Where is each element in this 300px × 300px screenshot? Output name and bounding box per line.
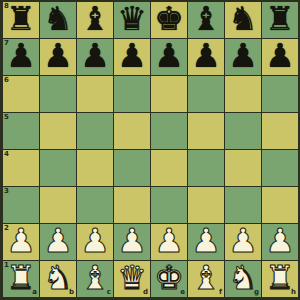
piece-white-pawn-d2[interactable]: ♟ — [117, 224, 147, 259]
rank-label-5: 5 — [4, 114, 9, 121]
square-e7[interactable]: ♟ — [151, 39, 187, 75]
square-c3[interactable] — [77, 187, 113, 223]
square-b5[interactable] — [40, 113, 76, 149]
piece-white-bishop-c1[interactable]: ♝ — [80, 261, 110, 296]
piece-black-pawn-a7[interactable]: ♟ — [6, 39, 36, 74]
square-a5[interactable]: 5 — [3, 113, 39, 149]
square-f8[interactable]: ♝ — [188, 2, 224, 38]
piece-white-king-e1[interactable]: ♚ — [154, 261, 184, 296]
piece-black-bishop-f8[interactable]: ♝ — [191, 2, 221, 37]
square-a1[interactable]: 1a♜ — [3, 261, 39, 297]
piece-black-pawn-d7[interactable]: ♟ — [117, 39, 147, 74]
square-f5[interactable] — [188, 113, 224, 149]
square-g6[interactable] — [225, 76, 261, 112]
square-a4[interactable]: 4 — [3, 150, 39, 186]
square-c5[interactable] — [77, 113, 113, 149]
square-f7[interactable]: ♟ — [188, 39, 224, 75]
piece-black-pawn-c7[interactable]: ♟ — [80, 39, 110, 74]
piece-black-pawn-f7[interactable]: ♟ — [191, 39, 221, 74]
square-h7[interactable]: ♟ — [262, 39, 298, 75]
square-b2[interactable]: ♟ — [40, 224, 76, 260]
square-d1[interactable]: d♛ — [114, 261, 150, 297]
rank-label-3: 3 — [4, 188, 9, 195]
piece-black-rook-a8[interactable]: ♜ — [6, 2, 36, 37]
square-f2[interactable]: ♟ — [188, 224, 224, 260]
piece-black-queen-d8[interactable]: ♛ — [117, 2, 147, 37]
square-h4[interactable] — [262, 150, 298, 186]
piece-white-pawn-h2[interactable]: ♟ — [265, 224, 295, 259]
piece-white-pawn-f2[interactable]: ♟ — [191, 224, 221, 259]
square-b3[interactable] — [40, 187, 76, 223]
square-a3[interactable]: 3 — [3, 187, 39, 223]
square-b1[interactable]: b♞ — [40, 261, 76, 297]
square-b7[interactable]: ♟ — [40, 39, 76, 75]
square-c4[interactable] — [77, 150, 113, 186]
square-f6[interactable] — [188, 76, 224, 112]
square-c8[interactable]: ♝ — [77, 2, 113, 38]
square-d5[interactable] — [114, 113, 150, 149]
square-a2[interactable]: 2♟ — [3, 224, 39, 260]
square-c2[interactable]: ♟ — [77, 224, 113, 260]
square-g7[interactable]: ♟ — [225, 39, 261, 75]
piece-black-bishop-c8[interactable]: ♝ — [80, 2, 110, 37]
piece-black-rook-h8[interactable]: ♜ — [265, 2, 295, 37]
square-b4[interactable] — [40, 150, 76, 186]
square-g4[interactable] — [225, 150, 261, 186]
square-a6[interactable]: 6 — [3, 76, 39, 112]
chess-app: 8♜♞♝♛♚♝♞♜7♟♟♟♟♟♟♟♟65432♟♟♟♟♟♟♟♟1a♜b♞c♝d♛… — [0, 0, 300, 300]
square-f1[interactable]: f♝ — [188, 261, 224, 297]
square-d4[interactable] — [114, 150, 150, 186]
square-h1[interactable]: h♜ — [262, 261, 298, 297]
square-e6[interactable] — [151, 76, 187, 112]
square-e1[interactable]: e♚ — [151, 261, 187, 297]
square-b6[interactable] — [40, 76, 76, 112]
piece-white-rook-h1[interactable]: ♜ — [265, 261, 295, 296]
square-f3[interactable] — [188, 187, 224, 223]
square-g5[interactable] — [225, 113, 261, 149]
piece-white-pawn-b2[interactable]: ♟ — [43, 224, 73, 259]
square-d7[interactable]: ♟ — [114, 39, 150, 75]
square-e5[interactable] — [151, 113, 187, 149]
square-c6[interactable] — [77, 76, 113, 112]
square-g8[interactable]: ♞ — [225, 2, 261, 38]
piece-black-king-e8[interactable]: ♚ — [154, 2, 184, 37]
square-d8[interactable]: ♛ — [114, 2, 150, 38]
piece-black-pawn-h7[interactable]: ♟ — [265, 39, 295, 74]
square-h8[interactable]: ♜ — [262, 2, 298, 38]
square-d2[interactable]: ♟ — [114, 224, 150, 260]
piece-white-pawn-a2[interactable]: ♟ — [6, 224, 36, 259]
piece-white-knight-g1[interactable]: ♞ — [228, 261, 258, 296]
square-h6[interactable] — [262, 76, 298, 112]
piece-black-pawn-g7[interactable]: ♟ — [228, 39, 258, 74]
square-d3[interactable] — [114, 187, 150, 223]
piece-black-knight-b8[interactable]: ♞ — [43, 2, 73, 37]
chess-board: 8♜♞♝♛♚♝♞♜7♟♟♟♟♟♟♟♟65432♟♟♟♟♟♟♟♟1a♜b♞c♝d♛… — [0, 0, 300, 300]
piece-black-pawn-e7[interactable]: ♟ — [154, 39, 184, 74]
square-h3[interactable] — [262, 187, 298, 223]
rank-label-6: 6 — [4, 77, 9, 84]
square-b8[interactable]: ♞ — [40, 2, 76, 38]
square-d6[interactable] — [114, 76, 150, 112]
piece-white-pawn-g2[interactable]: ♟ — [228, 224, 258, 259]
piece-white-bishop-f1[interactable]: ♝ — [191, 261, 221, 296]
piece-white-rook-a1[interactable]: ♜ — [6, 261, 36, 296]
square-c7[interactable]: ♟ — [77, 39, 113, 75]
piece-white-pawn-e2[interactable]: ♟ — [154, 224, 184, 259]
square-g1[interactable]: g♞ — [225, 261, 261, 297]
piece-white-pawn-c2[interactable]: ♟ — [80, 224, 110, 259]
square-g3[interactable] — [225, 187, 261, 223]
square-e4[interactable] — [151, 150, 187, 186]
square-e8[interactable]: ♚ — [151, 2, 187, 38]
square-h5[interactable] — [262, 113, 298, 149]
square-c1[interactable]: c♝ — [77, 261, 113, 297]
piece-white-queen-d1[interactable]: ♛ — [117, 261, 147, 296]
square-a8[interactable]: 8♜ — [3, 2, 39, 38]
rank-label-4: 4 — [4, 151, 9, 158]
piece-white-knight-b1[interactable]: ♞ — [43, 261, 73, 296]
piece-black-pawn-b7[interactable]: ♟ — [43, 39, 73, 74]
square-a7[interactable]: 7♟ — [3, 39, 39, 75]
square-e3[interactable] — [151, 187, 187, 223]
square-h2[interactable]: ♟ — [262, 224, 298, 260]
square-g2[interactable]: ♟ — [225, 224, 261, 260]
square-f4[interactable] — [188, 150, 224, 186]
square-e2[interactable]: ♟ — [151, 224, 187, 260]
piece-black-knight-g8[interactable]: ♞ — [228, 2, 258, 37]
